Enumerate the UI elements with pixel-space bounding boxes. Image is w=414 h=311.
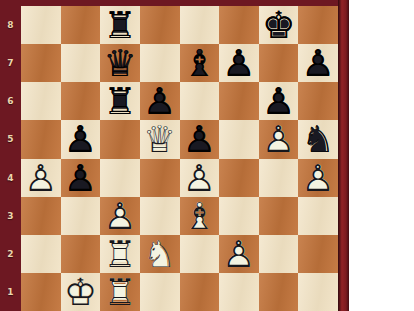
square-a8[interactable] (21, 6, 61, 44)
black-bishop-e7[interactable]: ♝♗ (180, 44, 220, 82)
black-pawn-d6[interactable]: ♟♙ (140, 82, 180, 120)
white-pawn-c3[interactable]: ♟♙ (100, 197, 140, 235)
square-f5[interactable] (219, 120, 259, 158)
white-pawn-outline: ♙ (219, 236, 259, 273)
square-b1[interactable]: ♚♔ (61, 273, 101, 311)
black-rook-outline: ♖ (100, 83, 140, 120)
square-c5[interactable] (100, 120, 140, 158)
black-pawn-outline: ♙ (259, 83, 299, 120)
white-bishop-outline: ♗ (180, 198, 220, 235)
square-e8[interactable] (180, 6, 220, 44)
white-pawn-outline: ♙ (259, 121, 299, 158)
white-pawn-h4[interactable]: ♟♙ (298, 159, 338, 197)
square-g8[interactable]: ♚♔ (259, 6, 299, 44)
white-bishop-e3[interactable]: ♝♗ (180, 197, 220, 235)
black-pawn-b5[interactable]: ♟♙ (61, 120, 101, 158)
square-e3[interactable]: ♝♗ (180, 197, 220, 235)
square-c8[interactable]: ♜♖ (100, 6, 140, 44)
square-d5[interactable]: ♛♕ (140, 120, 180, 158)
square-h4[interactable]: ♟♙ (298, 159, 338, 197)
square-a3[interactable] (21, 197, 61, 235)
square-c3[interactable]: ♟♙ (100, 197, 140, 235)
square-d7[interactable] (140, 44, 180, 82)
square-g1[interactable] (259, 273, 299, 311)
square-d8[interactable] (140, 6, 180, 44)
square-b6[interactable] (61, 82, 101, 120)
square-b5[interactable]: ♟♙ (61, 120, 101, 158)
black-king-g8[interactable]: ♚♔ (259, 6, 299, 44)
white-pawn-outline: ♙ (21, 160, 61, 197)
square-h5[interactable]: ♞♘ (298, 120, 338, 158)
rank-label-7: 7 (0, 44, 21, 82)
square-e7[interactable]: ♝♗ (180, 44, 220, 82)
square-b8[interactable] (61, 6, 101, 44)
black-pawn-b4[interactable]: ♟♙ (61, 159, 101, 197)
square-a4[interactable]: ♟♙ (21, 159, 61, 197)
square-b4[interactable]: ♟♙ (61, 159, 101, 197)
square-g3[interactable] (259, 197, 299, 235)
square-g7[interactable] (259, 44, 299, 82)
square-f8[interactable] (219, 6, 259, 44)
white-pawn-e4[interactable]: ♟♙ (180, 159, 220, 197)
square-h7[interactable]: ♟♙ (298, 44, 338, 82)
square-e6[interactable] (180, 82, 220, 120)
square-g2[interactable] (259, 235, 299, 273)
square-b7[interactable] (61, 44, 101, 82)
rank-labels: 87654321 (0, 6, 21, 311)
black-pawn-outline: ♙ (61, 160, 101, 197)
square-c7[interactable]: ♛♕ (100, 44, 140, 82)
rank-label-2: 2 (0, 235, 21, 273)
black-knight-outline: ♘ (298, 121, 338, 158)
square-a2[interactable] (21, 235, 61, 273)
black-pawn-outline: ♙ (298, 45, 338, 82)
white-queen-d5[interactable]: ♛♕ (140, 120, 180, 158)
rank-label-3: 3 (0, 197, 21, 235)
white-rook-c2[interactable]: ♜♖ (100, 235, 140, 273)
square-h3[interactable] (298, 197, 338, 235)
rank-label-1: 1 (0, 273, 21, 311)
black-rook-outline: ♖ (100, 7, 140, 44)
square-e5[interactable]: ♟♙ (180, 120, 220, 158)
page: 87654321 ♜♖♚♔♛♕♝♗♟♙♟♙♜♖♟♙♟♙♟♙♛♕♟♙♟♙♞♘♟♙♟… (0, 0, 414, 311)
square-a5[interactable] (21, 120, 61, 158)
square-f1[interactable] (219, 273, 259, 311)
rank-label-8: 8 (0, 6, 21, 44)
rank-label-4: 4 (0, 159, 21, 197)
square-h2[interactable] (298, 235, 338, 273)
black-pawn-e5[interactable]: ♟♙ (180, 120, 220, 158)
rank-label-5: 5 (0, 120, 21, 158)
white-rook-outline: ♖ (100, 236, 140, 273)
black-queen-outline: ♕ (100, 45, 140, 82)
square-d2[interactable]: ♞♘ (140, 235, 180, 273)
square-f3[interactable] (219, 197, 259, 235)
square-c1[interactable]: ♜♖ (100, 273, 140, 311)
black-pawn-outline: ♙ (61, 121, 101, 158)
white-king-outline: ♔ (61, 274, 101, 311)
square-g4[interactable] (259, 159, 299, 197)
black-pawn-h7[interactable]: ♟♙ (298, 44, 338, 82)
square-d6[interactable]: ♟♙ (140, 82, 180, 120)
square-h1[interactable] (298, 273, 338, 311)
black-bishop-outline: ♗ (180, 45, 220, 82)
black-knight-h5[interactable]: ♞♘ (298, 120, 338, 158)
square-h8[interactable] (298, 6, 338, 44)
square-d1[interactable] (140, 273, 180, 311)
black-rook-c6[interactable]: ♜♖ (100, 82, 140, 120)
white-knight-d2[interactable]: ♞♘ (140, 235, 180, 273)
black-pawn-g6[interactable]: ♟♙ (259, 82, 299, 120)
square-f2[interactable]: ♟♙ (219, 235, 259, 273)
chess-board-frame: 87654321 ♜♖♚♔♛♕♝♗♟♙♟♙♜♖♟♙♟♙♟♙♛♕♟♙♟♙♞♘♟♙♟… (0, 0, 349, 311)
square-f7[interactable]: ♟♙ (219, 44, 259, 82)
square-a6[interactable] (21, 82, 61, 120)
chess-board: ♜♖♚♔♛♕♝♗♟♙♟♙♜♖♟♙♟♙♟♙♛♕♟♙♟♙♞♘♟♙♟♙♟♙♟♙♟♙♝♗… (21, 6, 338, 311)
square-e4[interactable]: ♟♙ (180, 159, 220, 197)
black-rook-c8[interactable]: ♜♖ (100, 6, 140, 44)
square-c6[interactable]: ♜♖ (100, 82, 140, 120)
black-king-outline: ♔ (259, 7, 299, 44)
white-pawn-outline: ♙ (298, 160, 338, 197)
board-frame-right-edge (338, 0, 349, 311)
square-g6[interactable]: ♟♙ (259, 82, 299, 120)
square-f6[interactable] (219, 82, 259, 120)
white-pawn-a4[interactable]: ♟♙ (21, 159, 61, 197)
square-d3[interactable] (140, 197, 180, 235)
white-rook-outline: ♖ (100, 274, 140, 311)
square-h6[interactable] (298, 82, 338, 120)
white-king-b1[interactable]: ♚♔ (61, 273, 101, 311)
square-d4[interactable] (140, 159, 180, 197)
square-g5[interactable]: ♟♙ (259, 120, 299, 158)
white-pawn-outline: ♙ (180, 160, 220, 197)
black-pawn-outline: ♙ (219, 45, 259, 82)
white-pawn-g5[interactable]: ♟♙ (259, 120, 299, 158)
black-pawn-outline: ♙ (140, 83, 180, 120)
square-e2[interactable] (180, 235, 220, 273)
square-c2[interactable]: ♜♖ (100, 235, 140, 273)
black-queen-c7[interactable]: ♛♕ (100, 44, 140, 82)
rank-label-6: 6 (0, 82, 21, 120)
white-queen-outline: ♕ (140, 121, 180, 158)
square-f4[interactable] (219, 159, 259, 197)
square-b3[interactable] (61, 197, 101, 235)
square-a1[interactable] (21, 273, 61, 311)
square-c4[interactable] (100, 159, 140, 197)
white-knight-outline: ♘ (140, 236, 180, 273)
square-a7[interactable] (21, 44, 61, 82)
square-e1[interactable] (180, 273, 220, 311)
square-b2[interactable] (61, 235, 101, 273)
white-pawn-f2[interactable]: ♟♙ (219, 235, 259, 273)
white-pawn-outline: ♙ (100, 198, 140, 235)
black-pawn-outline: ♙ (180, 121, 220, 158)
white-rook-c1[interactable]: ♜♖ (100, 273, 140, 311)
black-pawn-f7[interactable]: ♟♙ (219, 44, 259, 82)
